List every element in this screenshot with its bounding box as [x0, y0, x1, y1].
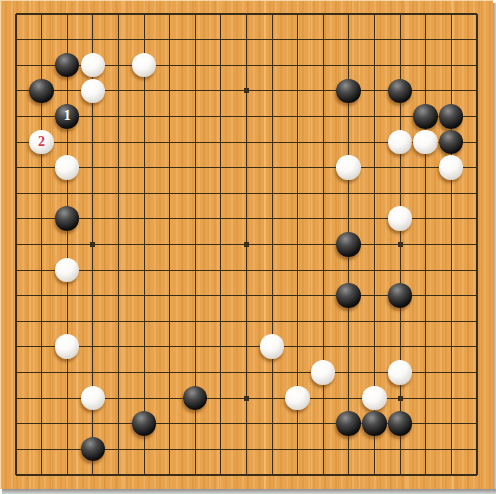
intersection-9-2[interactable]: [234, 52, 260, 78]
intersection-4-18[interactable]: [106, 462, 132, 488]
intersection-9-17[interactable]: [234, 436, 260, 462]
intersection-14-14[interactable]: [362, 360, 388, 386]
intersection-14-2[interactable]: [362, 52, 388, 78]
intersection-7-17[interactable]: [182, 436, 208, 462]
intersection-8-15[interactable]: [208, 385, 234, 411]
intersection-14-5[interactable]: [362, 129, 388, 155]
intersection-0-16[interactable]: [3, 411, 29, 437]
intersection-3-6[interactable]: [80, 155, 106, 181]
intersection-16-1[interactable]: [413, 27, 439, 53]
intersection-13-0[interactable]: [336, 1, 362, 27]
intersection-12-10[interactable]: [310, 257, 336, 283]
intersection-13-18[interactable]: [336, 462, 362, 488]
intersection-13-3[interactable]: [336, 78, 362, 104]
intersection-1-18[interactable]: [29, 462, 55, 488]
intersection-16-0[interactable]: [413, 1, 439, 27]
intersection-2-2[interactable]: [54, 52, 80, 78]
intersection-15-9[interactable]: [387, 232, 413, 258]
intersection-17-14[interactable]: [438, 360, 464, 386]
intersection-0-0[interactable]: [3, 1, 29, 27]
intersection-11-15[interactable]: [285, 385, 311, 411]
intersection-13-6[interactable]: [336, 155, 362, 181]
intersection-6-0[interactable]: [157, 1, 183, 27]
intersection-8-16[interactable]: [208, 411, 234, 437]
intersection-10-17[interactable]: [259, 436, 285, 462]
intersection-3-8[interactable]: [80, 206, 106, 232]
intersection-5-6[interactable]: [131, 155, 157, 181]
intersection-12-8[interactable]: [310, 206, 336, 232]
intersection-10-2[interactable]: [259, 52, 285, 78]
intersection-1-6[interactable]: [29, 155, 55, 181]
intersection-4-2[interactable]: [106, 52, 132, 78]
intersection-17-1[interactable]: [438, 27, 464, 53]
intersection-17-8[interactable]: [438, 206, 464, 232]
intersection-11-18[interactable]: [285, 462, 311, 488]
intersection-5-17[interactable]: [131, 436, 157, 462]
intersection-7-1[interactable]: [182, 27, 208, 53]
intersection-0-14[interactable]: [3, 360, 29, 386]
intersection-12-16[interactable]: [310, 411, 336, 437]
intersection-1-2[interactable]: [29, 52, 55, 78]
intersection-9-8[interactable]: [234, 206, 260, 232]
intersection-18-15[interactable]: [464, 385, 490, 411]
intersection-5-9[interactable]: [131, 232, 157, 258]
intersection-17-12[interactable]: [438, 308, 464, 334]
intersection-5-10[interactable]: [131, 257, 157, 283]
intersection-5-1[interactable]: [131, 27, 157, 53]
intersection-1-17[interactable]: [29, 436, 55, 462]
intersection-11-1[interactable]: [285, 27, 311, 53]
intersection-10-1[interactable]: [259, 27, 285, 53]
intersection-6-4[interactable]: [157, 104, 183, 130]
intersection-2-18[interactable]: [54, 462, 80, 488]
intersection-7-11[interactable]: [182, 283, 208, 309]
intersection-16-3[interactable]: [413, 78, 439, 104]
intersection-3-1[interactable]: [80, 27, 106, 53]
intersection-18-16[interactable]: [464, 411, 490, 437]
intersection-15-0[interactable]: [387, 1, 413, 27]
intersection-12-12[interactable]: [310, 308, 336, 334]
intersection-4-14[interactable]: [106, 360, 132, 386]
intersection-12-6[interactable]: [310, 155, 336, 181]
intersection-8-17[interactable]: [208, 436, 234, 462]
intersection-17-4[interactable]: [438, 104, 464, 130]
intersection-4-17[interactable]: [106, 436, 132, 462]
intersection-18-14[interactable]: [464, 360, 490, 386]
intersection-17-0[interactable]: [438, 1, 464, 27]
intersection-9-5[interactable]: [234, 129, 260, 155]
intersection-10-18[interactable]: [259, 462, 285, 488]
intersection-11-10[interactable]: [285, 257, 311, 283]
intersection-16-18[interactable]: [413, 462, 439, 488]
intersection-7-7[interactable]: [182, 180, 208, 206]
intersection-2-0[interactable]: [54, 1, 80, 27]
intersection-2-9[interactable]: [54, 232, 80, 258]
intersection-10-11[interactable]: [259, 283, 285, 309]
intersection-9-10[interactable]: [234, 257, 260, 283]
intersection-14-18[interactable]: [362, 462, 388, 488]
intersection-6-9[interactable]: [157, 232, 183, 258]
intersection-12-17[interactable]: [310, 436, 336, 462]
intersection-1-8[interactable]: [29, 206, 55, 232]
intersection-4-10[interactable]: [106, 257, 132, 283]
intersection-18-1[interactable]: [464, 27, 490, 53]
intersection-12-0[interactable]: [310, 1, 336, 27]
intersection-14-12[interactable]: [362, 308, 388, 334]
intersection-9-18[interactable]: [234, 462, 260, 488]
intersection-17-7[interactable]: [438, 180, 464, 206]
intersection-13-4[interactable]: [336, 104, 362, 130]
intersection-8-10[interactable]: [208, 257, 234, 283]
intersection-0-10[interactable]: [3, 257, 29, 283]
intersection-1-10[interactable]: [29, 257, 55, 283]
intersection-13-15[interactable]: [336, 385, 362, 411]
intersection-2-11[interactable]: [54, 283, 80, 309]
intersection-9-12[interactable]: [234, 308, 260, 334]
intersection-4-13[interactable]: [106, 334, 132, 360]
intersection-2-5[interactable]: [54, 129, 80, 155]
intersection-15-1[interactable]: [387, 27, 413, 53]
intersection-17-13[interactable]: [438, 334, 464, 360]
go-board[interactable]: 12: [0, 0, 496, 494]
intersection-17-17[interactable]: [438, 436, 464, 462]
intersection-2-6[interactable]: [54, 155, 80, 181]
intersection-1-9[interactable]: [29, 232, 55, 258]
intersection-5-8[interactable]: [131, 206, 157, 232]
intersection-5-5[interactable]: [131, 129, 157, 155]
intersection-15-2[interactable]: [387, 52, 413, 78]
intersection-11-5[interactable]: [285, 129, 311, 155]
intersection-15-13[interactable]: [387, 334, 413, 360]
intersection-3-15[interactable]: [80, 385, 106, 411]
intersection-11-2[interactable]: [285, 52, 311, 78]
intersection-11-0[interactable]: [285, 1, 311, 27]
intersection-11-11[interactable]: [285, 283, 311, 309]
intersection-9-7[interactable]: [234, 180, 260, 206]
intersection-15-11[interactable]: [387, 283, 413, 309]
intersection-10-13[interactable]: [259, 334, 285, 360]
intersection-8-9[interactable]: [208, 232, 234, 258]
intersection-8-4[interactable]: [208, 104, 234, 130]
intersection-6-18[interactable]: [157, 462, 183, 488]
intersection-18-10[interactable]: [464, 257, 490, 283]
intersection-13-14[interactable]: [336, 360, 362, 386]
intersection-8-7[interactable]: [208, 180, 234, 206]
intersection-14-1[interactable]: [362, 27, 388, 53]
intersection-7-9[interactable]: [182, 232, 208, 258]
intersection-13-9[interactable]: [336, 232, 362, 258]
intersection-10-6[interactable]: [259, 155, 285, 181]
intersection-14-6[interactable]: [362, 155, 388, 181]
intersection-6-10[interactable]: [157, 257, 183, 283]
intersection-16-17[interactable]: [413, 436, 439, 462]
intersection-3-0[interactable]: [80, 1, 106, 27]
intersection-2-17[interactable]: [54, 436, 80, 462]
intersection-10-8[interactable]: [259, 206, 285, 232]
intersection-7-15[interactable]: [182, 385, 208, 411]
intersection-8-0[interactable]: [208, 1, 234, 27]
intersection-8-14[interactable]: [208, 360, 234, 386]
intersection-12-1[interactable]: [310, 27, 336, 53]
intersection-3-10[interactable]: [80, 257, 106, 283]
intersection-14-11[interactable]: [362, 283, 388, 309]
intersection-7-0[interactable]: [182, 1, 208, 27]
intersection-11-3[interactable]: [285, 78, 311, 104]
intersection-8-5[interactable]: [208, 129, 234, 155]
intersection-7-3[interactable]: [182, 78, 208, 104]
intersection-4-7[interactable]: [106, 180, 132, 206]
intersection-9-6[interactable]: [234, 155, 260, 181]
intersection-7-10[interactable]: [182, 257, 208, 283]
intersection-11-8[interactable]: [285, 206, 311, 232]
intersection-1-3[interactable]: [29, 78, 55, 104]
intersection-13-16[interactable]: [336, 411, 362, 437]
intersection-17-15[interactable]: [438, 385, 464, 411]
intersection-7-18[interactable]: [182, 462, 208, 488]
intersection-5-13[interactable]: [131, 334, 157, 360]
intersection-2-10[interactable]: [54, 257, 80, 283]
intersection-14-7[interactable]: [362, 180, 388, 206]
intersection-14-4[interactable]: [362, 104, 388, 130]
intersection-10-14[interactable]: [259, 360, 285, 386]
intersection-9-14[interactable]: [234, 360, 260, 386]
intersection-12-15[interactable]: [310, 385, 336, 411]
intersection-10-15[interactable]: [259, 385, 285, 411]
intersection-5-14[interactable]: [131, 360, 157, 386]
intersection-9-3[interactable]: [234, 78, 260, 104]
intersection-8-3[interactable]: [208, 78, 234, 104]
intersection-3-11[interactable]: [80, 283, 106, 309]
intersection-13-8[interactable]: [336, 206, 362, 232]
intersection-3-3[interactable]: [80, 78, 106, 104]
intersection-16-7[interactable]: [413, 180, 439, 206]
intersection-8-2[interactable]: [208, 52, 234, 78]
intersection-11-16[interactable]: [285, 411, 311, 437]
intersection-13-1[interactable]: [336, 27, 362, 53]
intersection-0-1[interactable]: [3, 27, 29, 53]
intersection-18-8[interactable]: [464, 206, 490, 232]
intersection-18-11[interactable]: [464, 283, 490, 309]
intersection-0-11[interactable]: [3, 283, 29, 309]
intersection-14-9[interactable]: [362, 232, 388, 258]
intersection-13-17[interactable]: [336, 436, 362, 462]
intersection-17-5[interactable]: [438, 129, 464, 155]
intersection-11-13[interactable]: [285, 334, 311, 360]
intersection-6-7[interactable]: [157, 180, 183, 206]
intersection-0-6[interactable]: [3, 155, 29, 181]
intersection-3-2[interactable]: [80, 52, 106, 78]
intersection-17-9[interactable]: [438, 232, 464, 258]
intersection-4-4[interactable]: [106, 104, 132, 130]
intersection-0-8[interactable]: [3, 206, 29, 232]
intersection-6-8[interactable]: [157, 206, 183, 232]
intersection-1-12[interactable]: [29, 308, 55, 334]
intersection-4-0[interactable]: [106, 1, 132, 27]
intersection-11-9[interactable]: [285, 232, 311, 258]
intersection-7-4[interactable]: [182, 104, 208, 130]
intersection-3-12[interactable]: [80, 308, 106, 334]
intersection-14-10[interactable]: [362, 257, 388, 283]
intersection-0-4[interactable]: [3, 104, 29, 130]
intersection-4-6[interactable]: [106, 155, 132, 181]
intersection-14-15[interactable]: [362, 385, 388, 411]
intersection-12-7[interactable]: [310, 180, 336, 206]
intersection-4-8[interactable]: [106, 206, 132, 232]
intersection-17-2[interactable]: [438, 52, 464, 78]
intersection-8-11[interactable]: [208, 283, 234, 309]
intersection-3-14[interactable]: [80, 360, 106, 386]
intersection-4-9[interactable]: [106, 232, 132, 258]
intersection-4-1[interactable]: [106, 27, 132, 53]
intersection-14-13[interactable]: [362, 334, 388, 360]
intersection-3-13[interactable]: [80, 334, 106, 360]
intersection-8-1[interactable]: [208, 27, 234, 53]
intersection-7-12[interactable]: [182, 308, 208, 334]
intersection-3-9[interactable]: [80, 232, 106, 258]
intersection-3-4[interactable]: [80, 104, 106, 130]
intersection-8-18[interactable]: [208, 462, 234, 488]
intersection-7-2[interactable]: [182, 52, 208, 78]
intersection-6-2[interactable]: [157, 52, 183, 78]
intersection-18-5[interactable]: [464, 129, 490, 155]
intersection-3-7[interactable]: [80, 180, 106, 206]
intersection-9-1[interactable]: [234, 27, 260, 53]
intersection-3-17[interactable]: [80, 436, 106, 462]
intersection-14-8[interactable]: [362, 206, 388, 232]
intersection-13-2[interactable]: [336, 52, 362, 78]
intersection-12-11[interactable]: [310, 283, 336, 309]
intersection-16-12[interactable]: [413, 308, 439, 334]
intersection-9-0[interactable]: [234, 1, 260, 27]
intersection-6-3[interactable]: [157, 78, 183, 104]
intersection-18-4[interactable]: [464, 104, 490, 130]
intersection-15-18[interactable]: [387, 462, 413, 488]
intersection-10-12[interactable]: [259, 308, 285, 334]
intersection-16-4[interactable]: [413, 104, 439, 130]
intersection-12-2[interactable]: [310, 52, 336, 78]
intersection-15-12[interactable]: [387, 308, 413, 334]
intersection-12-14[interactable]: [310, 360, 336, 386]
intersection-6-6[interactable]: [157, 155, 183, 181]
intersection-15-5[interactable]: [387, 129, 413, 155]
intersection-8-8[interactable]: [208, 206, 234, 232]
intersection-16-15[interactable]: [413, 385, 439, 411]
intersection-5-7[interactable]: [131, 180, 157, 206]
intersection-15-10[interactable]: [387, 257, 413, 283]
intersection-6-15[interactable]: [157, 385, 183, 411]
intersection-7-8[interactable]: [182, 206, 208, 232]
intersection-10-10[interactable]: [259, 257, 285, 283]
intersection-6-17[interactable]: [157, 436, 183, 462]
intersection-0-13[interactable]: [3, 334, 29, 360]
intersection-9-16[interactable]: [234, 411, 260, 437]
intersection-18-3[interactable]: [464, 78, 490, 104]
intersection-18-2[interactable]: [464, 52, 490, 78]
intersection-7-6[interactable]: [182, 155, 208, 181]
intersection-13-11[interactable]: [336, 283, 362, 309]
intersection-8-12[interactable]: [208, 308, 234, 334]
intersection-14-17[interactable]: [362, 436, 388, 462]
intersection-2-1[interactable]: [54, 27, 80, 53]
intersection-0-15[interactable]: [3, 385, 29, 411]
intersection-5-18[interactable]: [131, 462, 157, 488]
intersection-12-5[interactable]: [310, 129, 336, 155]
intersection-13-12[interactable]: [336, 308, 362, 334]
intersection-18-12[interactable]: [464, 308, 490, 334]
intersection-4-11[interactable]: [106, 283, 132, 309]
intersection-1-1[interactable]: [29, 27, 55, 53]
intersection-11-6[interactable]: [285, 155, 311, 181]
intersection-17-10[interactable]: [438, 257, 464, 283]
intersection-16-2[interactable]: [413, 52, 439, 78]
intersection-2-7[interactable]: [54, 180, 80, 206]
intersection-18-17[interactable]: [464, 436, 490, 462]
intersection-10-4[interactable]: [259, 104, 285, 130]
intersection-5-2[interactable]: [131, 52, 157, 78]
intersection-2-15[interactable]: [54, 385, 80, 411]
intersection-1-16[interactable]: [29, 411, 55, 437]
intersection-7-16[interactable]: [182, 411, 208, 437]
intersection-1-14[interactable]: [29, 360, 55, 386]
intersection-1-4[interactable]: [29, 104, 55, 130]
intersection-18-7[interactable]: [464, 180, 490, 206]
intersection-1-7[interactable]: [29, 180, 55, 206]
intersection-8-13[interactable]: [208, 334, 234, 360]
intersection-15-16[interactable]: [387, 411, 413, 437]
intersection-8-6[interactable]: [208, 155, 234, 181]
intersection-5-16[interactable]: [131, 411, 157, 437]
intersection-9-13[interactable]: [234, 334, 260, 360]
intersection-1-15[interactable]: [29, 385, 55, 411]
intersection-1-0[interactable]: [29, 1, 55, 27]
intersection-18-0[interactable]: [464, 1, 490, 27]
intersection-4-3[interactable]: [106, 78, 132, 104]
intersection-7-5[interactable]: [182, 129, 208, 155]
intersection-0-7[interactable]: [3, 180, 29, 206]
intersection-5-0[interactable]: [131, 1, 157, 27]
intersection-6-5[interactable]: [157, 129, 183, 155]
intersection-3-5[interactable]: [80, 129, 106, 155]
intersection-3-16[interactable]: [80, 411, 106, 437]
intersection-0-12[interactable]: [3, 308, 29, 334]
intersection-15-8[interactable]: [387, 206, 413, 232]
intersection-2-3[interactable]: [54, 78, 80, 104]
intersection-12-9[interactable]: [310, 232, 336, 258]
intersection-15-3[interactable]: [387, 78, 413, 104]
intersection-12-3[interactable]: [310, 78, 336, 104]
intersection-17-3[interactable]: [438, 78, 464, 104]
intersection-6-13[interactable]: [157, 334, 183, 360]
intersection-2-12[interactable]: [54, 308, 80, 334]
intersection-1-5[interactable]: 2: [29, 129, 55, 155]
intersection-6-16[interactable]: [157, 411, 183, 437]
intersection-7-14[interactable]: [182, 360, 208, 386]
intersection-2-4[interactable]: 1: [54, 104, 80, 130]
intersection-17-11[interactable]: [438, 283, 464, 309]
intersection-15-14[interactable]: [387, 360, 413, 386]
intersection-7-13[interactable]: [182, 334, 208, 360]
intersection-18-18[interactable]: [464, 462, 490, 488]
intersection-6-12[interactable]: [157, 308, 183, 334]
intersection-18-9[interactable]: [464, 232, 490, 258]
intersection-10-5[interactable]: [259, 129, 285, 155]
intersection-5-15[interactable]: [131, 385, 157, 411]
intersection-13-7[interactable]: [336, 180, 362, 206]
intersection-13-13[interactable]: [336, 334, 362, 360]
intersection-10-16[interactable]: [259, 411, 285, 437]
intersection-0-5[interactable]: [3, 129, 29, 155]
intersection-15-6[interactable]: [387, 155, 413, 181]
